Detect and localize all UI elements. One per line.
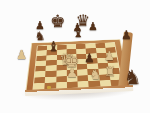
piece-white-pawn-d2[interactable]: ♟ xyxy=(66,66,78,79)
piece-black-knight-a6[interactable]: ♞ xyxy=(35,30,46,42)
pieces-layer: ♟♚♛♟♟♞♝♟♝♟♛♚♟♟♞♜♟♞ xyxy=(0,0,150,113)
piece-white-rook-g2[interactable]: ♜ xyxy=(104,65,116,78)
piece-white-pawn-off-left[interactable]: ♟ xyxy=(16,49,27,62)
piece-black-pawn-h6[interactable]: ♟ xyxy=(121,29,132,41)
piece-black-pawn-f4[interactable]: ♟ xyxy=(84,52,95,64)
piece-white-knight-f2[interactable]: ♞ xyxy=(89,67,101,81)
piece-black-knight-off-right[interactable]: ♞ xyxy=(124,67,142,87)
piece-black-king-c8[interactable]: ♚ xyxy=(50,13,65,30)
piece-white-pawn-g4[interactable]: ♟ xyxy=(104,50,115,62)
piece-black-bishop-b5[interactable]: ♝ xyxy=(47,40,59,54)
chess-set-photo: ♟♚♛♟♟♞♝♟♝♟♛♚♟♟♞♜♟♞ xyxy=(0,0,150,113)
piece-black-pawn-f7[interactable]: ♟ xyxy=(88,21,98,32)
piece-black-bishop-d6[interactable]: ♝ xyxy=(72,26,84,39)
